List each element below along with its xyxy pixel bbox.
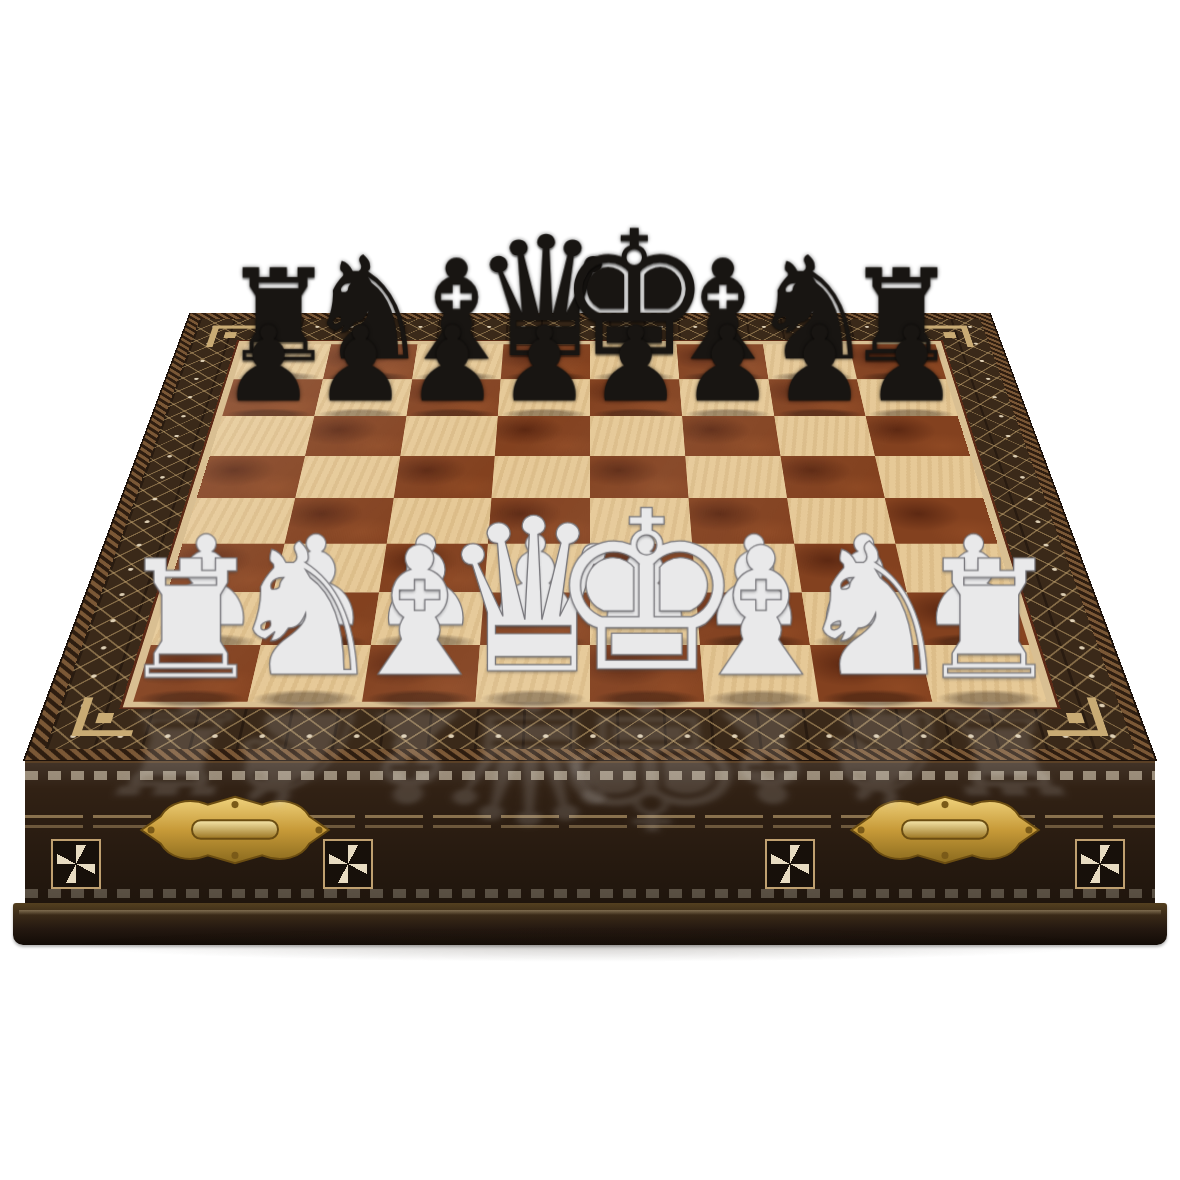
piece-shadow <box>706 689 816 708</box>
piece-black-pawn: ♟ <box>589 315 683 414</box>
piece-black-queen: ♛ <box>471 219 620 377</box>
square-h4 <box>885 498 997 543</box>
piece-silver-pawn: ♟ <box>589 523 701 641</box>
square-d3 <box>484 544 590 593</box>
piece-shadow <box>593 372 677 383</box>
piece-reflection: ♟ <box>473 643 591 721</box>
piece-shadow <box>820 689 931 708</box>
piece-shadow <box>920 634 1028 651</box>
piece-shadow <box>593 408 680 420</box>
square-c3 <box>379 544 488 593</box>
piece-reflection: ♟ <box>773 415 879 469</box>
square-a4 <box>182 498 294 543</box>
square-h6 <box>866 416 970 456</box>
mosaic-border: ♜♜♞♞♝♝♛♛♚♚♝♝♞♞♜♜♟♟♟♟♟♟♟♟♟♟♟♟♟♟♟♟♟♟♟♟♟♟♟♟… <box>45 319 1135 750</box>
square-d1: ♛♛ <box>476 645 590 702</box>
square-g1: ♞♞ <box>810 645 933 702</box>
square-f1: ♝♝ <box>700 645 819 702</box>
piece-reflection: ♚ <box>555 377 721 466</box>
corner-key-motif <box>71 687 162 736</box>
piece-shadow <box>249 689 360 708</box>
square-d4 <box>488 498 590 543</box>
piece-black-knight: ♞ <box>748 242 876 377</box>
piece-silver-pawn: ♟ <box>808 523 920 641</box>
product-photo-chess-set: ♜♜♞♞♝♝♛♛♚♚♝♝♞♞♜♜♟♟♟♟♟♟♟♟♟♟♟♟♟♟♟♟♟♟♟♟♟♟♟♟… <box>0 0 1180 1180</box>
piece-reflection: ♝ <box>661 377 797 447</box>
square-a1: ♜♜ <box>133 645 260 702</box>
square-b1: ♞♞ <box>247 645 370 702</box>
piece-shadow <box>933 689 1046 708</box>
piece-shadow <box>364 689 474 708</box>
piece-reflection: ♟ <box>699 643 823 721</box>
square-c4 <box>386 498 491 543</box>
piece-shadow <box>775 408 864 420</box>
piece-shadow <box>702 634 807 651</box>
piece-silver-queen: ♛ <box>438 496 629 698</box>
piece-shadow <box>483 634 587 651</box>
piece-shadow <box>681 372 766 383</box>
square-h2: ♟♟ <box>907 592 1029 645</box>
square-c2: ♟♟ <box>370 592 484 645</box>
square-d5 <box>492 456 590 498</box>
square-h5 <box>875 456 983 498</box>
square-f5 <box>685 456 787 498</box>
square-a3 <box>167 544 284 593</box>
piece-silver-knight: ♞ <box>793 525 956 698</box>
piece-reflection: ♟ <box>681 415 783 469</box>
square-d8: ♛♛ <box>501 344 590 379</box>
brass-latch-right <box>847 789 1043 871</box>
piece-reflection: ♟ <box>126 643 262 721</box>
piece-silver-pawn: ♟ <box>260 523 372 641</box>
square-e2: ♟♟ <box>590 592 700 645</box>
piece-shadow <box>324 372 410 383</box>
square-d2: ♟♟ <box>480 592 590 645</box>
piece-shadow <box>503 372 587 383</box>
inlay-rosette <box>325 841 371 887</box>
piece-reflection: ♟ <box>493 415 591 469</box>
square-e8: ♚♚ <box>590 344 679 379</box>
gloss-sheen <box>133 344 1047 701</box>
piece-silver-pawn: ♟ <box>479 523 591 641</box>
square-g2: ♟♟ <box>801 592 919 645</box>
maple-frame-strip: ♜♜♞♞♝♝♛♛♚♚♝♝♞♞♜♜♟♟♟♟♟♟♟♟♟♟♟♟♟♟♟♟♟♟♟♟♟♟♟♟… <box>119 340 1061 709</box>
piece-silver-king: ♚ <box>548 488 746 698</box>
piece-reflection: ♟ <box>589 415 687 469</box>
corner-key-motif <box>911 325 976 352</box>
piece-silver-pawn: ♟ <box>151 523 263 641</box>
drop-shadow <box>70 928 1110 962</box>
piece-shadow <box>414 372 499 383</box>
inlay-rosette <box>1077 841 1123 887</box>
square-e1: ♚♚ <box>590 645 704 702</box>
piece-reflection: ♞ <box>748 377 894 449</box>
square-f4 <box>688 498 793 543</box>
square-d7: ♟♟ <box>498 379 590 416</box>
piece-shadow <box>769 372 855 383</box>
piece-black-pawn: ♟ <box>406 315 500 414</box>
board-top: ♜♜♞♞♝♝♛♛♚♚♝♝♞♞♜♜♟♟♟♟♟♟♟♟♟♟♟♟♟♟♟♟♟♟♟♟♟♟♟♟… <box>25 313 1155 760</box>
square-g7: ♟♟ <box>768 379 866 416</box>
corner-key-motif <box>1017 687 1108 736</box>
square-g8: ♞♞ <box>763 344 857 379</box>
square-g5 <box>780 456 885 498</box>
piece-shadow <box>262 634 369 651</box>
piece-silver-bishop: ♝ <box>340 529 499 698</box>
piece-reflection: ♜ <box>201 377 336 441</box>
piece-shadow <box>867 408 957 420</box>
square-c7: ♟♟ <box>406 379 501 416</box>
square-f7: ♟♟ <box>679 379 774 416</box>
piece-shadow <box>593 634 697 651</box>
square-e7: ♟♟ <box>590 379 682 416</box>
square-c6 <box>400 416 498 456</box>
piece-reflection: ♟ <box>242 643 372 721</box>
square-b5 <box>295 456 400 498</box>
square-b4 <box>284 498 393 543</box>
piece-shadow <box>684 408 772 420</box>
square-g4 <box>787 498 896 543</box>
square-e4 <box>590 498 692 543</box>
piece-shadow <box>408 408 496 420</box>
piece-black-bishop: ♝ <box>395 245 519 377</box>
chess-box: ♜♜♞♞♝♝♛♛♚♚♝♝♞♞♜♜♟♟♟♟♟♟♟♟♟♟♟♟♟♟♟♟♟♟♟♟♟♟♟♟… <box>0 0 1180 1180</box>
chess-board: ♜♜♞♞♝♝♛♛♚♚♝♝♞♞♜♜♟♟♟♟♟♟♟♟♟♟♟♟♟♟♟♟♟♟♟♟♟♟♟♟… <box>133 344 1047 701</box>
piece-silver-pawn: ♟ <box>698 523 810 641</box>
piece-shadow <box>224 408 314 420</box>
piece-silver-rook: ♜ <box>118 543 264 698</box>
piece-reflection: ♟ <box>358 643 482 721</box>
square-f3 <box>692 544 801 593</box>
square-g3 <box>794 544 907 593</box>
piece-black-pawn: ♟ <box>864 315 958 414</box>
square-c5 <box>393 456 495 498</box>
box-front-panel <box>25 760 1155 905</box>
square-h3 <box>896 544 1013 593</box>
piece-black-pawn: ♟ <box>497 315 591 414</box>
square-e6 <box>590 416 685 456</box>
piece-black-pawn: ♟ <box>681 315 775 414</box>
piece-shadow <box>593 689 701 708</box>
piece-reflection: ♞ <box>286 377 432 449</box>
square-b2: ♟♟ <box>261 592 379 645</box>
piece-shadow <box>811 634 918 651</box>
piece-silver-knight: ♞ <box>223 525 386 698</box>
square-a6 <box>210 416 314 456</box>
square-b6 <box>305 416 406 456</box>
piece-shadow <box>134 689 247 708</box>
piece-shadow <box>235 372 322 383</box>
piece-reflection: ♟ <box>918 643 1054 721</box>
square-a2: ♟♟ <box>151 592 273 645</box>
piece-black-pawn: ♟ <box>314 315 408 414</box>
piece-silver-pawn: ♟ <box>370 523 482 641</box>
piece-reflection: ♟ <box>808 643 938 721</box>
piece-black-pawn: ♟ <box>222 315 316 414</box>
square-c1: ♝♝ <box>362 645 481 702</box>
piece-reflection: ♝ <box>383 377 519 447</box>
square-e5 <box>590 456 688 498</box>
square-h1: ♜♜ <box>919 645 1046 702</box>
piece-silver-bishop: ♝ <box>681 529 840 698</box>
brass-latch-left <box>137 789 333 871</box>
square-e3 <box>590 544 696 593</box>
piece-shadow <box>373 634 478 651</box>
piece-silver-rook: ♜ <box>916 543 1062 698</box>
piece-shadow <box>500 408 587 420</box>
piece-silver-pawn: ♟ <box>917 523 1029 641</box>
piece-reflection: ♟ <box>397 415 499 469</box>
square-h7: ♟♟ <box>857 379 958 416</box>
piece-shadow <box>316 408 405 420</box>
piece-black-knight: ♞ <box>304 242 432 377</box>
square-c8: ♝♝ <box>412 344 504 379</box>
piece-black-rook: ♜ <box>222 256 336 377</box>
piece-shadow <box>858 372 945 383</box>
square-g6 <box>774 416 875 456</box>
square-f8: ♝♝ <box>676 344 768 379</box>
piece-reflection: ♛ <box>462 377 622 462</box>
square-a7: ♟♟ <box>222 379 323 416</box>
square-f2: ♟♟ <box>696 592 810 645</box>
corner-key-motif <box>204 325 269 352</box>
square-a8: ♜♜ <box>234 344 331 379</box>
piece-reflection: ♟ <box>589 643 707 721</box>
piece-black-pawn: ♟ <box>773 315 867 414</box>
piece-reflection: ♜ <box>844 377 979 441</box>
square-b3 <box>273 544 386 593</box>
square-b8: ♞♞ <box>323 344 417 379</box>
piece-reflection: ♟ <box>865 415 975 469</box>
square-h8: ♜♜ <box>849 344 946 379</box>
square-d6 <box>495 416 590 456</box>
square-f6 <box>682 416 780 456</box>
piece-shadow <box>152 634 260 651</box>
piece-black-king: ♚ <box>557 213 711 377</box>
piece-reflection: ♟ <box>301 415 407 469</box>
piece-black-bishop: ♝ <box>661 245 785 377</box>
square-a5 <box>197 456 305 498</box>
inlay-rosette <box>53 841 99 887</box>
piece-black-rook: ♜ <box>844 256 958 377</box>
square-b7: ♟♟ <box>314 379 412 416</box>
piece-reflection: ♟ <box>205 415 315 469</box>
piece-shadow <box>479 689 587 708</box>
inlay-rosette <box>767 841 813 887</box>
